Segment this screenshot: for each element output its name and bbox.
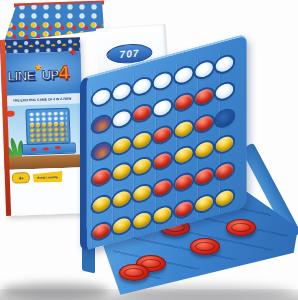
yellow-disc — [92, 195, 109, 214]
box-art-mini-tray — [22, 142, 76, 155]
red-disc — [216, 162, 233, 181]
box-logo-band: LINE★UP4 ✦ — [0, 51, 81, 96]
yellow-disc — [134, 184, 151, 203]
yellow-disc — [113, 189, 130, 208]
tray-red-disc — [119, 264, 149, 281]
cell-r6c7 — [215, 182, 236, 214]
yellow-disc — [113, 136, 130, 155]
empty-hole — [92, 115, 109, 134]
empty-hole — [113, 109, 130, 128]
yellow-disc — [134, 157, 151, 176]
empty-hole — [92, 142, 109, 161]
tray-red-disc — [226, 219, 256, 236]
cell-r6c1 — [91, 215, 112, 247]
box-shadow — [0, 283, 110, 299]
empty-hole — [92, 88, 109, 107]
empty-hole — [216, 82, 233, 101]
yellow-disc — [134, 131, 151, 150]
red-disc — [175, 173, 192, 192]
box-art-mini-board — [25, 108, 70, 146]
empty-hole — [134, 77, 151, 96]
tray-red-disc — [190, 238, 220, 255]
box-front: LINE★UP4 ✦ THE EXCITING GAME OF 4 IN A R… — [0, 37, 86, 216]
red-disc — [154, 152, 171, 171]
yellow-disc — [175, 120, 192, 139]
maker-badge-text: Handy Learning — [38, 175, 58, 178]
disc-ridge — [231, 223, 251, 232]
box-art — [2, 103, 84, 170]
red-disc — [92, 168, 109, 187]
logo-line-up-4: LINE★UP4 — [7, 62, 69, 86]
box-bottom-band: 4+ Handy Learning — [5, 167, 87, 216]
red-disc — [154, 178, 171, 197]
age-badge: 4+ — [12, 172, 30, 184]
cell-r6c2 — [111, 209, 132, 241]
red-disc — [134, 104, 151, 123]
cell-r6c3 — [132, 204, 153, 236]
red-star-icon: ✦ — [68, 46, 78, 59]
disc-ridge — [195, 242, 215, 251]
brand-badge-text: 707 — [119, 48, 139, 60]
empty-hole — [154, 72, 171, 91]
yellow-disc — [216, 188, 233, 207]
red-disc — [195, 87, 212, 106]
red-disc — [175, 200, 192, 219]
yellow-disc — [154, 205, 171, 224]
yellow-disc — [113, 163, 130, 182]
box-lid — [4, 2, 104, 42]
red-disc — [92, 222, 109, 241]
disc-ridge — [124, 268, 144, 277]
product-photo: 707 LINE★UP4 ✦ THE EXCITING GAME OF 4 IN… — [0, 0, 298, 300]
empty-hole — [175, 66, 192, 85]
empty-hole — [216, 55, 233, 74]
cell-r6c4 — [153, 198, 174, 230]
yellow-disc — [216, 135, 233, 154]
logo-word-up: UP — [41, 67, 59, 83]
logo-word-line: LINE — [7, 68, 35, 84]
yellow-disc — [195, 194, 212, 213]
red-disc — [154, 125, 171, 144]
yellow-disc — [175, 146, 192, 165]
cell-r6c6 — [194, 187, 215, 219]
cell-r6c5 — [173, 193, 194, 225]
maker-badge: Handy Learning — [33, 171, 63, 183]
red-disc — [195, 167, 212, 186]
yellow-disc — [113, 216, 130, 235]
yellow-disc — [134, 211, 151, 230]
empty-hole — [195, 61, 212, 80]
empty-hole — [216, 108, 233, 127]
red-disc — [175, 93, 192, 112]
empty-hole — [154, 98, 171, 117]
yellow-disc — [195, 141, 212, 160]
age-badge-text: 4+ — [18, 176, 23, 180]
logo-number-4: 4 — [58, 62, 69, 83]
box-tagline: THE EXCITING GAME OF 4 IN A ROW — [13, 97, 72, 102]
fish-icon — [5, 111, 14, 117]
red-disc — [195, 114, 212, 133]
empty-hole — [113, 83, 130, 102]
